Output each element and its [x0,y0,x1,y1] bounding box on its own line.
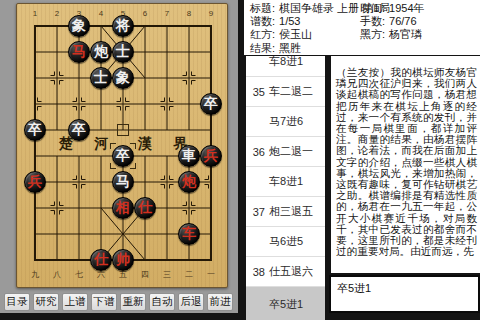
toolbar-button-menu[interactable]: 目录 [4,293,30,311]
red-player-label: 红方: [250,28,275,40]
pieces-grid: 象将马炮士士象卒卒卒卒車兵兵马炮相仕车仕帅 [24,13,222,273]
piece-red-advisor[interactable]: 仕 [90,249,112,271]
piece-red-elephant[interactable]: 相 [112,197,134,219]
toolbar-button-back[interactable]: 后退 [178,293,204,311]
index-value: 1/53 [279,15,300,27]
time-label: 时间: [360,2,385,14]
movecount-value: 76/76 [389,15,417,27]
piece-red-pawn[interactable]: 兵 [200,145,222,167]
header-row-index: 谱数:1/53 手数:76/76 [244,15,480,28]
move-list-panel[interactable]: 车8进135车二退二马7进636炮二退一车8进137相三退五马6进538仕五退六… [246,56,325,320]
toolbar-button-next-game[interactable]: 下谱 [91,293,117,311]
move-row[interactable]: 马6进5 [246,227,325,257]
result-label: 结果: [250,42,275,54]
move-text: 卒5进1 [269,297,303,312]
move-text: 相三退五 [269,204,313,219]
piece-black-advisor[interactable]: 士 [112,41,134,63]
move-text: 马6进5 [269,234,303,249]
piece-red-pawn[interactable]: 兵 [24,171,46,193]
header-row-title: 标题:棋国争雄录 上册 第1局 时间:1954年 [244,0,480,15]
toolbar-button-auto[interactable]: 自动 [149,293,175,311]
time-value: 1954年 [389,2,424,14]
move-number: 37 [250,206,265,218]
red-player-value: 侯玉山 [279,28,312,40]
piece-black-pawn[interactable]: 卒 [68,119,90,141]
app-window: 123456789 九八七六五四三二一 楚 河 漢 界 象将马炮士士象卒卒卒卒車… [0,0,480,320]
move-number: 38 [250,266,265,278]
index-label: 谱数: [250,15,275,27]
commentary-panel[interactable]: （兰友按）我的棋坛师友杨官璘兄四次征沪归来，我们两人谈起棋稿的写作问题，杨君想把… [331,56,480,273]
piece-black-pawn[interactable]: 卒 [200,93,222,115]
move-number: 36 [250,146,265,158]
move-number: 35 [250,86,265,98]
piece-red-horse[interactable]: 马 [68,41,90,63]
piece-black-general[interactable]: 将 [112,15,134,37]
toolbar-button-research[interactable]: 研究 [33,293,59,311]
commentary-text: （兰友按）我的棋坛师友杨官璘兄四次征沪归来，我们两人谈起棋稿的写作问题，杨君想把… [336,66,477,257]
toolbar-button-restart[interactable]: 重新 [120,293,146,311]
current-move-text: 卒5进1 [337,282,371,294]
toolbar-button-prev-game[interactable]: 上谱 [62,293,88,311]
piece-black-elephant[interactable]: 象 [68,15,90,37]
current-move-box: 卒5进1 [329,275,480,313]
piece-black-elephant[interactable]: 象 [112,67,134,89]
move-row[interactable]: 36炮二退一 [246,137,325,167]
piece-red-advisor[interactable]: 仕 [134,197,156,219]
piece-black-pawn[interactable]: 卒 [112,145,134,167]
toolbar: 目录研究上谱下谱重新自动后退前进 [4,293,233,311]
piece-black-advisor[interactable]: 士 [90,67,112,89]
black-player-value: 杨官璘 [389,28,422,40]
move-list: 车8进135车二退二马7进636炮二退一车8进137相三退五马6进538仕五退六… [246,56,325,320]
move-row[interactable]: 37相三退五 [246,197,325,227]
movecount-label: 手数: [360,15,385,27]
black-player-label: 黑方: [360,28,385,40]
game-info-panel: 标题:棋国争雄录 上册 第1局 时间:1954年 谱数:1/53 手数:76/7… [244,0,480,55]
move-row[interactable]: 车8进1 [246,167,325,197]
piece-red-general[interactable]: 帅 [112,249,134,271]
move-text: 车8进1 [269,56,303,69]
move-text: 仕五退六 [269,264,313,279]
piece-red-chariot[interactable]: 车 [178,223,200,245]
move-row[interactable]: 38仕五退六 [246,257,325,287]
piece-black-pawn[interactable]: 卒 [24,119,46,141]
move-row[interactable]: 马7进6 [246,107,325,137]
move-text: 车二退二 [269,84,313,99]
piece-black-horse[interactable]: 马 [112,171,134,193]
move-row[interactable]: 车8进1 [246,56,325,77]
result-value: 黑胜 [279,42,301,54]
move-text: 炮二退一 [269,144,313,159]
move-text: 车8进1 [269,174,303,189]
move-row[interactable]: 35车二退二 [246,77,325,107]
toolbar-button-forward[interactable]: 前进 [207,293,233,311]
xiangqi-board[interactable]: 123456789 九八七六五四三二一 楚 河 漢 界 象将马炮士士象卒卒卒卒車… [16,3,228,288]
header-row-players: 红方:侯玉山 黑方:杨官璘 [244,28,480,41]
piece-black-chariot[interactable]: 車 [178,145,200,167]
title-label: 标题: [250,2,275,14]
move-text: 马7进6 [269,114,303,129]
piece-black-cannon[interactable]: 炮 [90,41,112,63]
header-row-result: 结果:黑胜 [244,42,480,55]
move-row-selected[interactable]: 卒5进1 [246,287,325,320]
left-pane: 123456789 九八七六五四三二一 楚 河 漢 界 象将马炮士士象卒卒卒卒車… [0,0,238,313]
piece-red-cannon[interactable]: 炮 [178,171,200,193]
